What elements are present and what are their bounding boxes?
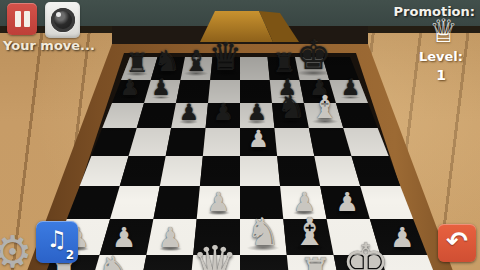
pause-icon [15,11,21,27]
piece-white-king[interactable]: ♚ [339,237,393,270]
piece-black-pawn[interactable]: ♟ [119,77,141,99]
piece-black-pawn[interactable]: ♟ [150,77,172,99]
status-text: Your move... [3,38,95,53]
undo-arrow-icon: ↶ [438,228,476,254]
piece-black-queen[interactable]: ♛ [207,39,245,77]
piece-white-pawn[interactable]: ♟ [206,189,232,215]
gear-icon[interactable]: ⚙ [0,230,32,270]
piece-white-pawn[interactable]: ♟ [247,128,271,152]
piece-black-king[interactable]: ♚ [294,37,333,76]
pause-icon [24,11,30,27]
promotion-queen-icon[interactable]: ♕ [429,15,458,47]
camera-button[interactable] [45,2,80,38]
piece-black-rook[interactable]: ♜ [124,50,150,76]
undo-button[interactable]: ↶ [438,224,476,262]
piece-black-knight[interactable]: ♞ [152,47,181,76]
camera-icon [51,8,75,32]
piece-white-rook[interactable]: ♜ [297,254,334,270]
piece-white-pawn[interactable]: ♟ [157,224,184,251]
level-box: Level: 1 [412,49,470,83]
piece-black-pawn[interactable]: ♟ [340,77,362,99]
piece-white-knight[interactable]: ♞ [94,251,135,270]
level-label: Level: [412,49,470,64]
level-value: 1 [412,67,470,83]
piece-white-bishop[interactable]: ♝ [290,213,328,251]
piece-black-pawn[interactable]: ♟ [246,101,269,124]
piece-white-knight[interactable]: ♞ [244,213,282,251]
music-count-badge: 2 [66,248,74,262]
piece-black-pawn[interactable]: ♟ [212,101,235,124]
piece-black-knight[interactable]: ♞ [275,92,307,124]
pause-button[interactable] [7,3,37,35]
piece-black-pawn[interactable]: ♟ [178,101,201,124]
music-button[interactable]: ♫ 2 [36,221,78,263]
game-screen: ♜♞♝♛♜♚♟♟♟♟♟♟♟♟♞♝♟♟♟♟♟♟♟♞♝♟♜♞♛♜♚ Your mov… [0,0,480,270]
piece-white-queen[interactable]: ♛ [189,239,241,270]
piece-white-bishop[interactable]: ♝ [309,92,341,124]
piece-white-pawn[interactable]: ♟ [334,189,360,215]
